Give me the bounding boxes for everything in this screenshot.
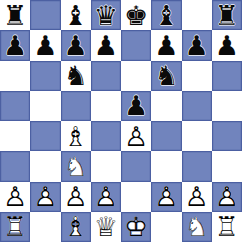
square-a8[interactable]: ♜ — [0, 0, 30, 30]
white-pawn-outline: ♙ — [151, 182, 181, 212]
white-knight-outline: ♘ — [61, 151, 91, 181]
white-pawn-outline: ♙ — [121, 121, 151, 151]
square-h2[interactable]: ♟♙ — [212, 182, 242, 212]
black-bishop[interactable]: ♝ — [151, 0, 181, 30]
square-b8[interactable] — [30, 0, 60, 30]
black-pawn[interactable]: ♟ — [61, 30, 91, 60]
square-b7[interactable]: ♟ — [30, 30, 60, 60]
square-f3[interactable] — [151, 151, 181, 181]
square-a3[interactable] — [0, 151, 30, 181]
white-bishop[interactable]: ♝♗ — [61, 212, 91, 242]
square-b5[interactable] — [30, 91, 60, 121]
square-c4[interactable]: ♝♗ — [61, 121, 91, 151]
square-e1[interactable]: ♚♔ — [121, 212, 151, 242]
square-g8[interactable] — [182, 0, 212, 30]
black-pawn[interactable]: ♟ — [121, 91, 151, 121]
square-e4[interactable]: ♟♙ — [121, 121, 151, 151]
square-f7[interactable]: ♟ — [151, 30, 181, 60]
square-c3[interactable]: ♞♘ — [61, 151, 91, 181]
black-knight[interactable]: ♞ — [151, 61, 181, 91]
square-a2[interactable]: ♟♙ — [0, 182, 30, 212]
chess-board: ♜♝♛♚♝♜♟♟♟♟♟♟♟♞♞♟♝♗♟♙♞♘♟♙♟♙♟♙♟♙♟♙♟♙♟♙♜♖♝♗… — [0, 0, 242, 242]
square-b2[interactable]: ♟♙ — [30, 182, 60, 212]
white-pawn-outline: ♙ — [91, 182, 121, 212]
square-h1[interactable]: ♜♖ — [212, 212, 242, 242]
square-h6[interactable] — [212, 61, 242, 91]
black-rook[interactable]: ♜ — [0, 0, 30, 30]
white-queen-outline: ♕ — [91, 212, 121, 242]
black-pawn[interactable]: ♟ — [0, 30, 30, 60]
square-d6[interactable] — [91, 61, 121, 91]
square-c2[interactable]: ♟♙ — [61, 182, 91, 212]
white-rook-outline: ♖ — [0, 212, 30, 242]
square-d7[interactable]: ♟ — [91, 30, 121, 60]
white-pawn[interactable]: ♟♙ — [91, 182, 121, 212]
white-king-outline: ♔ — [121, 212, 151, 242]
white-pawn-outline: ♙ — [212, 182, 242, 212]
white-rook[interactable]: ♜♖ — [212, 212, 242, 242]
white-queen[interactable]: ♛♕ — [91, 212, 121, 242]
square-e7[interactable] — [121, 30, 151, 60]
white-pawn-outline: ♙ — [182, 182, 212, 212]
square-c8[interactable]: ♝ — [61, 0, 91, 30]
white-rook-outline: ♖ — [212, 212, 242, 242]
square-g4[interactable] — [182, 121, 212, 151]
square-f6[interactable]: ♞ — [151, 61, 181, 91]
square-h8[interactable]: ♜ — [212, 0, 242, 30]
white-pawn-outline: ♙ — [0, 182, 30, 212]
black-queen[interactable]: ♛ — [91, 0, 121, 30]
square-b4[interactable] — [30, 121, 60, 151]
white-bishop-outline: ♗ — [61, 212, 91, 242]
square-f8[interactable]: ♝ — [151, 0, 181, 30]
black-pawn[interactable]: ♟ — [91, 30, 121, 60]
black-pawn[interactable]: ♟ — [151, 30, 181, 60]
white-pawn[interactable]: ♟♙ — [121, 121, 151, 151]
white-king[interactable]: ♚♔ — [121, 212, 151, 242]
square-a1[interactable]: ♜♖ — [0, 212, 30, 242]
black-pawn[interactable]: ♟ — [30, 30, 60, 60]
square-g2[interactable]: ♟♙ — [182, 182, 212, 212]
square-c1[interactable]: ♝♗ — [61, 212, 91, 242]
white-bishop-outline: ♗ — [61, 121, 91, 151]
square-h5[interactable] — [212, 91, 242, 121]
square-f2[interactable]: ♟♙ — [151, 182, 181, 212]
square-g5[interactable] — [182, 91, 212, 121]
square-g6[interactable] — [182, 61, 212, 91]
chess-app: ♜♝♛♚♝♜♟♟♟♟♟♟♟♞♞♟♝♗♟♙♞♘♟♙♟♙♟♙♟♙♟♙♟♙♟♙♜♖♝♗… — [0, 0, 242, 242]
white-knight[interactable]: ♞♘ — [61, 151, 91, 181]
black-king[interactable]: ♚ — [121, 0, 151, 30]
square-g3[interactable] — [182, 151, 212, 181]
square-f4[interactable] — [151, 121, 181, 151]
square-b6[interactable] — [30, 61, 60, 91]
white-pawn[interactable]: ♟♙ — [151, 182, 181, 212]
square-g7[interactable]: ♟ — [182, 30, 212, 60]
black-knight[interactable]: ♞ — [61, 61, 91, 91]
black-rook[interactable]: ♜ — [212, 0, 242, 30]
square-a4[interactable] — [0, 121, 30, 151]
white-pawn[interactable]: ♟♙ — [0, 182, 30, 212]
square-e8[interactable]: ♚ — [121, 0, 151, 30]
white-pawn-outline: ♙ — [61, 182, 91, 212]
square-c7[interactable]: ♟ — [61, 30, 91, 60]
square-f5[interactable] — [151, 91, 181, 121]
square-c5[interactable] — [61, 91, 91, 121]
square-b1[interactable] — [30, 212, 60, 242]
black-pawn[interactable]: ♟ — [182, 30, 212, 60]
black-pawn[interactable]: ♟ — [212, 30, 242, 60]
white-pawn[interactable]: ♟♙ — [30, 182, 60, 212]
white-rook[interactable]: ♜♖ — [0, 212, 30, 242]
square-h4[interactable] — [212, 121, 242, 151]
square-h3[interactable] — [212, 151, 242, 181]
white-knight[interactable]: ♞♘ — [182, 212, 212, 242]
white-pawn[interactable]: ♟♙ — [182, 182, 212, 212]
white-pawn-outline: ♙ — [30, 182, 60, 212]
white-bishop[interactable]: ♝♗ — [61, 121, 91, 151]
square-b3[interactable] — [30, 151, 60, 181]
square-e6[interactable] — [121, 61, 151, 91]
square-e2[interactable] — [121, 182, 151, 212]
square-d8[interactable]: ♛ — [91, 0, 121, 30]
square-f1[interactable] — [151, 212, 181, 242]
square-d2[interactable]: ♟♙ — [91, 182, 121, 212]
square-d5[interactable] — [91, 91, 121, 121]
square-d3[interactable] — [91, 151, 121, 181]
square-c6[interactable]: ♞ — [61, 61, 91, 91]
square-g1[interactable]: ♞♘ — [182, 212, 212, 242]
square-e3[interactable] — [121, 151, 151, 181]
square-e5[interactable]: ♟ — [121, 91, 151, 121]
square-a7[interactable]: ♟ — [0, 30, 30, 60]
white-knight-outline: ♘ — [182, 212, 212, 242]
square-a6[interactable] — [0, 61, 30, 91]
square-a5[interactable] — [0, 91, 30, 121]
white-pawn[interactable]: ♟♙ — [212, 182, 242, 212]
square-d1[interactable]: ♛♕ — [91, 212, 121, 242]
black-bishop[interactable]: ♝ — [61, 0, 91, 30]
white-pawn[interactable]: ♟♙ — [61, 182, 91, 212]
square-d4[interactable] — [91, 121, 121, 151]
square-h7[interactable]: ♟ — [212, 30, 242, 60]
